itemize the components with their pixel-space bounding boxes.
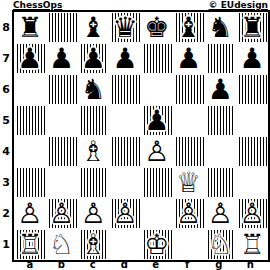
white-king-icon: ♔ [144,231,169,259]
rank-label-2: 2 [0,198,12,229]
header-bar: ChessOps © EUdesign [13,0,268,10]
square-c3[interactable] [78,167,110,198]
black-knight-icon: ♞ [81,76,106,104]
white-pawn-icon: ♙ [49,200,74,228]
square-f7[interactable]: ♟ [173,43,205,74]
white-bishop-icon: ♗ [81,138,106,166]
square-e1[interactable]: ♔ [141,229,173,260]
square-a7[interactable]: ♟ [14,43,46,74]
black-pawn-icon: ♟ [208,76,233,104]
rank-label-6: 6 [0,74,12,105]
rank-label-8: 8 [0,12,12,43]
square-c1[interactable]: ♗ [78,229,110,260]
black-knight-icon: ♞ [208,14,233,42]
black-rook-icon: ♜ [240,14,265,42]
white-pawn-icon: ♙ [17,200,42,228]
white-bishop-icon: ♗ [81,231,106,259]
square-g3[interactable] [205,167,237,198]
square-f4[interactable] [173,136,205,167]
square-d6[interactable] [109,74,141,105]
app-title: ChessOps [13,0,62,10]
square-d4[interactable] [109,136,141,167]
white-rook-icon: ♖ [17,231,42,259]
square-e2[interactable] [141,198,173,229]
square-c8[interactable]: ♝ [78,12,110,43]
square-a4[interactable] [14,136,46,167]
white-rook-icon: ♖ [240,231,265,259]
square-e3[interactable] [141,167,173,198]
square-h5[interactable] [236,105,268,136]
square-h6[interactable] [236,74,268,105]
square-g7[interactable] [205,43,237,74]
black-king-icon: ♚ [144,14,169,42]
square-a2[interactable]: ♙ [14,198,46,229]
file-label-c: c [77,260,109,270]
square-g5[interactable] [205,105,237,136]
white-pawn-icon: ♙ [240,200,265,228]
white-pawn-icon: ♙ [144,138,169,166]
square-h2[interactable]: ♙ [236,198,268,229]
square-b8[interactable] [46,12,78,43]
square-a1[interactable]: ♖ [14,229,46,260]
square-b6[interactable] [46,74,78,105]
square-c5[interactable] [78,105,110,136]
square-d1[interactable] [109,229,141,260]
square-h1[interactable]: ♖ [236,229,268,260]
black-bishop-icon: ♝ [176,14,201,42]
square-a3[interactable] [14,167,46,198]
square-g1[interactable]: ♘ [205,229,237,260]
black-pawn-icon: ♟ [81,45,106,73]
square-c2[interactable]: ♙ [78,198,110,229]
black-pawn-icon: ♟ [49,45,74,73]
square-b7[interactable]: ♟ [46,43,78,74]
square-g6[interactable]: ♟ [205,74,237,105]
square-f6[interactable] [173,74,205,105]
square-a5[interactable] [14,105,46,136]
rank-label-4: 4 [0,136,12,167]
square-a6[interactable] [14,74,46,105]
black-pawn-icon: ♟ [144,107,169,135]
square-c4[interactable]: ♗ [78,136,110,167]
square-f5[interactable] [173,105,205,136]
square-g4[interactable] [205,136,237,167]
square-c6[interactable]: ♞ [78,74,110,105]
file-label-e: e [140,260,172,270]
black-bishop-icon: ♝ [81,14,106,42]
black-pawn-icon: ♟ [176,45,201,73]
white-pawn-icon: ♙ [176,200,201,228]
square-h7[interactable]: ♟ [236,43,268,74]
square-c7[interactable]: ♟ [78,43,110,74]
rank-label-7: 7 [0,43,12,74]
black-pawn-icon: ♟ [113,45,138,73]
square-b2[interactable]: ♙ [46,198,78,229]
file-label-d: d [109,260,141,270]
square-h3[interactable] [236,167,268,198]
square-e8[interactable]: ♚ [141,12,173,43]
file-label-h: h [235,260,267,270]
square-b4[interactable] [46,136,78,167]
square-e5[interactable]: ♟ [141,105,173,136]
chess-board: ♜♝♛♚♝♞♜♟♟♟♟♟♟♞♟♟♗♙♕♙♙♙♙♙♙♙♖♘♗♔♘♖ [12,10,270,262]
black-rook-icon: ♜ [17,14,42,42]
rank-label-5: 5 [0,105,12,136]
file-label-b: b [46,260,78,270]
square-e6[interactable] [141,74,173,105]
square-d3[interactable] [109,167,141,198]
square-f1[interactable] [173,229,205,260]
black-pawn-icon: ♟ [17,45,42,73]
square-g2[interactable]: ♙ [205,198,237,229]
white-knight-icon: ♘ [49,231,74,259]
square-a8[interactable]: ♜ [14,12,46,43]
black-queen-icon: ♛ [113,14,138,42]
chessops-window: ChessOps © EUdesign 87654321 ♜♝♛♚♝♞♜♟♟♟♟… [0,0,270,270]
white-pawn-icon: ♙ [113,200,138,228]
square-f3[interactable]: ♕ [173,167,205,198]
square-h4[interactable] [236,136,268,167]
file-label-a: a [14,260,46,270]
square-f8[interactable]: ♝ [173,12,205,43]
square-d2[interactable]: ♙ [109,198,141,229]
square-d7[interactable]: ♟ [109,43,141,74]
credit-text: © EUdesign [209,0,268,10]
square-b1[interactable]: ♘ [46,229,78,260]
white-pawn-icon: ♙ [81,200,106,228]
square-e4[interactable]: ♙ [141,136,173,167]
file-label-g: g [203,260,235,270]
square-h8[interactable]: ♜ [236,12,268,43]
square-d8[interactable]: ♛ [109,12,141,43]
file-labels: abcdefgh [14,260,266,270]
square-b5[interactable] [46,105,78,136]
rank-label-1: 1 [0,229,12,260]
white-knight-icon: ♘ [208,231,233,259]
rank-labels: 87654321 [0,12,12,260]
square-f2[interactable]: ♙ [173,198,205,229]
rank-label-3: 3 [0,167,12,198]
file-label-f: f [172,260,204,270]
white-queen-icon: ♕ [176,169,201,197]
square-d5[interactable] [109,105,141,136]
square-g8[interactable]: ♞ [205,12,237,43]
square-e7[interactable] [141,43,173,74]
square-b3[interactable] [46,167,78,198]
black-pawn-icon: ♟ [240,45,265,73]
white-pawn-icon: ♙ [208,200,233,228]
